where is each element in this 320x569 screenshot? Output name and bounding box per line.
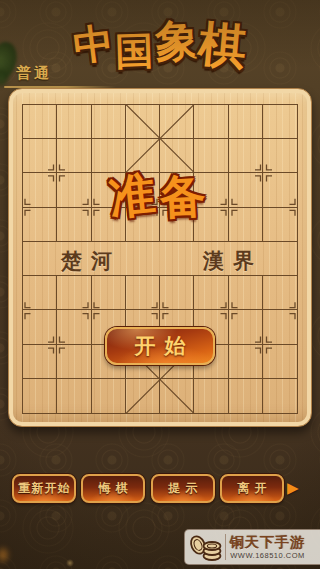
leave-button[interactable]: 离开	[220, 474, 284, 503]
watermark: 铜天下手游 WWW.168510.COM	[184, 529, 320, 565]
board-cell[interactable]	[23, 105, 57, 139]
board-cell[interactable]	[263, 276, 297, 310]
ember-glow-decoration	[66, 559, 74, 567]
xiangqi-board: 楚河 漢界 准备 开始	[8, 88, 312, 427]
watermark-name: 铜天下手游	[230, 535, 305, 549]
board-cell[interactable]	[263, 105, 297, 139]
board-cell[interactable]	[229, 173, 263, 207]
ember-glow-decoration	[0, 545, 11, 565]
status-banner: 准备	[106, 158, 208, 230]
river-label-right: 漢界	[203, 247, 263, 275]
board-cell[interactable]	[23, 310, 57, 344]
board-cell[interactable]	[229, 105, 263, 139]
board-cell[interactable]	[57, 276, 91, 310]
bottom-toolbar: 重新开始 悔棋 提示 离开	[12, 474, 284, 503]
board-cell[interactable]	[229, 139, 263, 173]
start-button[interactable]: 开始	[105, 327, 215, 365]
expand-arrow-button[interactable]: ▶	[287, 479, 299, 497]
board-cell[interactable]	[57, 208, 91, 242]
board-cell[interactable]	[57, 139, 91, 173]
board-cell[interactable]	[57, 379, 91, 413]
watermark-divider	[225, 534, 226, 560]
restart-button-label: 重新开始	[19, 480, 71, 497]
board-cell[interactable]	[92, 276, 126, 310]
undo-move-button-label: 悔棋	[99, 480, 133, 497]
start-button-label: 开始	[135, 332, 195, 360]
board-cell[interactable]	[57, 105, 91, 139]
game-title-char: 象	[154, 11, 201, 72]
board-cell[interactable]	[57, 345, 91, 379]
board-cell[interactable]	[57, 173, 91, 207]
board-cell[interactable]	[229, 276, 263, 310]
board-cell[interactable]	[126, 379, 160, 413]
board-cell[interactable]	[194, 379, 228, 413]
board-cell[interactable]	[229, 208, 263, 242]
board-cell[interactable]	[263, 208, 297, 242]
status-char: 准	[106, 163, 158, 229]
board-cell[interactable]	[194, 105, 228, 139]
board-cell[interactable]	[229, 345, 263, 379]
river-label-left: 楚河	[61, 247, 121, 275]
coins-icon	[189, 532, 223, 562]
undo-move-button[interactable]: 悔棋	[81, 474, 145, 503]
board-cell[interactable]	[23, 345, 57, 379]
app-screen: 中国象棋 普通 楚河 漢界 准备 开始 重新开始 悔棋 提示	[0, 0, 320, 569]
board-cell[interactable]	[126, 276, 160, 310]
board-cell[interactable]	[160, 242, 194, 276]
hint-button[interactable]: 提示	[151, 474, 215, 503]
status-char: 备	[158, 165, 207, 229]
board-cell[interactable]	[160, 379, 194, 413]
board-cell[interactable]	[160, 105, 194, 139]
board-cell[interactable]	[92, 379, 126, 413]
board-cell[interactable]	[229, 310, 263, 344]
board-cell[interactable]	[194, 276, 228, 310]
board-cell[interactable]	[263, 139, 297, 173]
board-cell[interactable]	[23, 208, 57, 242]
board-cell[interactable]	[23, 276, 57, 310]
board-cell[interactable]	[126, 105, 160, 139]
board-cell[interactable]	[263, 310, 297, 344]
mode-label: 普通	[16, 64, 52, 83]
hint-button-label: 提示	[168, 480, 202, 497]
board-cell[interactable]	[23, 139, 57, 173]
board-cell[interactable]	[160, 276, 194, 310]
board-cell[interactable]	[263, 345, 297, 379]
game-title-char: 中	[70, 15, 116, 74]
board-cell[interactable]	[92, 105, 126, 139]
game-title: 中国象棋	[0, 6, 320, 70]
game-title-char: 国	[114, 25, 154, 77]
board-cell[interactable]	[23, 379, 57, 413]
board-cell[interactable]	[263, 242, 297, 276]
board-cell[interactable]	[23, 242, 57, 276]
board-cell[interactable]	[126, 242, 160, 276]
board-cell[interactable]	[229, 379, 263, 413]
watermark-url: WWW.168510.COM	[230, 552, 305, 560]
board-cell[interactable]	[23, 173, 57, 207]
game-title-char: 棋	[196, 12, 249, 80]
board-cell[interactable]	[57, 310, 91, 344]
leave-button-label: 离开	[237, 480, 271, 497]
board-cell[interactable]	[263, 173, 297, 207]
board-cell[interactable]	[263, 379, 297, 413]
restart-button[interactable]: 重新开始	[12, 474, 76, 503]
